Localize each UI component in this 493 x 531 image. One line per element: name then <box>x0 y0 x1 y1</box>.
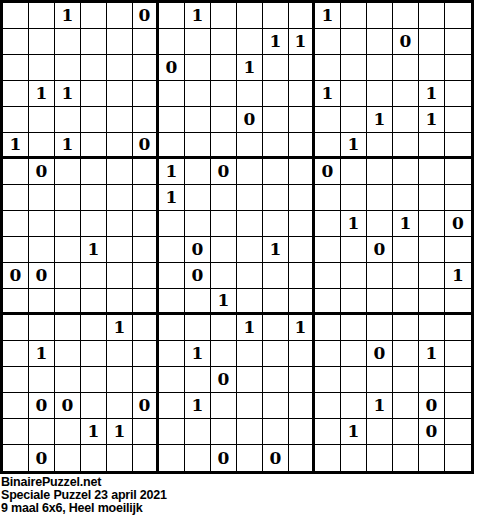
cell-r15c14-empty[interactable] <box>341 367 367 393</box>
cell-r7c17-empty[interactable] <box>419 159 445 185</box>
cell-r15c11-empty[interactable] <box>263 367 289 393</box>
cell-r9c17-empty[interactable] <box>419 211 445 237</box>
cell-r9c3-empty[interactable] <box>55 211 81 237</box>
cell-r15c6-empty[interactable] <box>133 367 159 393</box>
cell-r4c11-empty[interactable] <box>263 81 289 107</box>
cell-r4c9-empty[interactable] <box>211 81 237 107</box>
cell-r10c14-empty[interactable] <box>341 237 367 263</box>
cell-r10c16-empty[interactable] <box>393 237 419 263</box>
cell-r10c15-given: 0 <box>367 237 393 263</box>
cell-r14c1-empty[interactable] <box>3 341 29 367</box>
cell-r14c4-empty[interactable] <box>81 341 107 367</box>
cell-r5c12-empty[interactable] <box>289 107 315 133</box>
cell-r13c1-empty[interactable] <box>3 315 29 341</box>
cell-r12c11-empty[interactable] <box>263 289 289 315</box>
cell-r1c14-empty[interactable] <box>341 3 367 29</box>
cell-r12c15-empty[interactable] <box>367 289 393 315</box>
cell-r4c7-empty[interactable] <box>159 81 185 107</box>
cell-r14c3-empty[interactable] <box>55 341 81 367</box>
cell-r12c18-empty[interactable] <box>445 289 471 315</box>
cell-r1c18-empty[interactable] <box>445 3 471 29</box>
cell-r7c8-empty[interactable] <box>185 159 211 185</box>
cell-r10c13-empty[interactable] <box>315 237 341 263</box>
cell-r14c9-empty[interactable] <box>211 341 237 367</box>
cell-r11c11-empty[interactable] <box>263 263 289 289</box>
cell-r15c2-empty[interactable] <box>29 367 55 393</box>
cell-r16c7-empty[interactable] <box>159 393 185 419</box>
cell-r7c2-given: 0 <box>29 159 55 185</box>
cell-r7c3-empty[interactable] <box>55 159 81 185</box>
cell-r6c14-given: 1 <box>341 133 367 159</box>
cell-r13c14-empty[interactable] <box>341 315 367 341</box>
cell-r7c12-empty[interactable] <box>289 159 315 185</box>
cell-r9c11-empty[interactable] <box>263 211 289 237</box>
cell-r2c10-empty[interactable] <box>237 29 263 55</box>
cell-r7c5-empty[interactable] <box>107 159 133 185</box>
cell-r8c3-empty[interactable] <box>55 185 81 211</box>
cell-r12c14-empty[interactable] <box>341 289 367 315</box>
cell-r18c16-empty[interactable] <box>393 445 419 471</box>
cell-r13c8-empty[interactable] <box>185 315 211 341</box>
cell-r7c11-empty[interactable] <box>263 159 289 185</box>
cell-r7c10-empty[interactable] <box>237 159 263 185</box>
cell-r6c9-empty[interactable] <box>211 133 237 159</box>
cell-r3c5-empty[interactable] <box>107 55 133 81</box>
cell-r7c16-empty[interactable] <box>393 159 419 185</box>
cell-r6c5-empty[interactable] <box>107 133 133 159</box>
cell-r10c12-empty[interactable] <box>289 237 315 263</box>
cell-r8c15-empty[interactable] <box>367 185 393 211</box>
cell-r15c7-empty[interactable] <box>159 367 185 393</box>
cell-r16c18-empty[interactable] <box>445 393 471 419</box>
cell-r5c8-empty[interactable] <box>185 107 211 133</box>
cell-r15c9-given: 0 <box>211 367 237 393</box>
cell-r10c18-empty[interactable] <box>445 237 471 263</box>
cell-r16c4-empty[interactable] <box>81 393 107 419</box>
cell-r1c1-empty[interactable] <box>3 3 29 29</box>
cell-r8c17-empty[interactable] <box>419 185 445 211</box>
cell-r12c10-empty[interactable] <box>237 289 263 315</box>
cell-r17c13-empty[interactable] <box>315 419 341 445</box>
cell-r10c7-empty[interactable] <box>159 237 185 263</box>
cell-r8c8-empty[interactable] <box>185 185 211 211</box>
cell-r12c8-empty[interactable] <box>185 289 211 315</box>
cell-r11c18-given: 1 <box>445 263 471 289</box>
cell-r17c18-empty[interactable] <box>445 419 471 445</box>
cell-r11c10-empty[interactable] <box>237 263 263 289</box>
cell-r9c4-empty[interactable] <box>81 211 107 237</box>
cell-r17c12-empty[interactable] <box>289 419 315 445</box>
cell-r15c18-empty[interactable] <box>445 367 471 393</box>
cell-r6c11-empty[interactable] <box>263 133 289 159</box>
cell-r1c7-empty[interactable] <box>159 3 185 29</box>
cell-r5c3-empty[interactable] <box>55 107 81 133</box>
cell-r18c12-empty[interactable] <box>289 445 315 471</box>
cell-r3c7-given: 0 <box>159 55 185 81</box>
cell-r4c3-given: 1 <box>55 81 81 107</box>
cell-r16c3-given: 0 <box>55 393 81 419</box>
cell-r6c18-empty[interactable] <box>445 133 471 159</box>
cell-r15c4-empty[interactable] <box>81 367 107 393</box>
cell-r9c10-empty[interactable] <box>237 211 263 237</box>
cell-r18c1-empty[interactable] <box>3 445 29 471</box>
cell-r12c2-empty[interactable] <box>29 289 55 315</box>
cell-r5c4-empty[interactable] <box>81 107 107 133</box>
cell-r11c15-empty[interactable] <box>367 263 393 289</box>
cell-r1c11-empty[interactable] <box>263 3 289 29</box>
cell-r9c15-empty[interactable] <box>367 211 393 237</box>
cell-r5c9-empty[interactable] <box>211 107 237 133</box>
cell-r11c13-empty[interactable] <box>315 263 341 289</box>
cell-r4c5-empty[interactable] <box>107 81 133 107</box>
cell-r9c7-empty[interactable] <box>159 211 185 237</box>
cell-r7c4-empty[interactable] <box>81 159 107 185</box>
cell-r16c5-empty[interactable] <box>107 393 133 419</box>
cell-r7c6-empty[interactable] <box>133 159 159 185</box>
cell-r17c6-empty[interactable] <box>133 419 159 445</box>
cell-r10c17-empty[interactable] <box>419 237 445 263</box>
cell-r2c9-empty[interactable] <box>211 29 237 55</box>
cell-r9c8-empty[interactable] <box>185 211 211 237</box>
cell-r1c16-empty[interactable] <box>393 3 419 29</box>
cell-r2c1-empty[interactable] <box>3 29 29 55</box>
cell-r16c16-empty[interactable] <box>393 393 419 419</box>
cell-r17c9-empty[interactable] <box>211 419 237 445</box>
cell-r13c6-empty[interactable] <box>133 315 159 341</box>
cell-r17c2-empty[interactable] <box>29 419 55 445</box>
cell-r10c1-empty[interactable] <box>3 237 29 263</box>
cell-r5c11-empty[interactable] <box>263 107 289 133</box>
cell-r1c10-empty[interactable] <box>237 3 263 29</box>
cell-r11c17-empty[interactable] <box>419 263 445 289</box>
cell-r12c13-empty[interactable] <box>315 289 341 315</box>
cell-r8c18-empty[interactable] <box>445 185 471 211</box>
cell-r15c16-empty[interactable] <box>393 367 419 393</box>
cell-r14c14-empty[interactable] <box>341 341 367 367</box>
cell-r13c17-empty[interactable] <box>419 315 445 341</box>
cell-r3c9-empty[interactable] <box>211 55 237 81</box>
cell-r12c1-empty[interactable] <box>3 289 29 315</box>
cell-r11c7-empty[interactable] <box>159 263 185 289</box>
cell-r14c6-empty[interactable] <box>133 341 159 367</box>
cell-r12c6-empty[interactable] <box>133 289 159 315</box>
cell-r1c2-empty[interactable] <box>29 3 55 29</box>
cell-r17c5-given: 1 <box>107 419 133 445</box>
cell-r8c2-empty[interactable] <box>29 185 55 211</box>
cell-r8c6-empty[interactable] <box>133 185 159 211</box>
footer: BinairePuzzel.net Speciale Puzzel 23 apr… <box>0 474 493 516</box>
cell-r6c3-given: 1 <box>55 133 81 159</box>
cell-r3c17-empty[interactable] <box>419 55 445 81</box>
cell-r2c7-empty[interactable] <box>159 29 185 55</box>
cell-r3c12-empty[interactable] <box>289 55 315 81</box>
cell-r12c7-empty[interactable] <box>159 289 185 315</box>
cell-r8c14-empty[interactable] <box>341 185 367 211</box>
cell-r17c3-empty[interactable] <box>55 419 81 445</box>
cell-r9c6-empty[interactable] <box>133 211 159 237</box>
cell-r8c1-empty[interactable] <box>3 185 29 211</box>
cell-r18c5-empty[interactable] <box>107 445 133 471</box>
cell-r7c1-empty[interactable] <box>3 159 29 185</box>
cell-r16c9-empty[interactable] <box>211 393 237 419</box>
cell-r1c13-given: 1 <box>315 3 341 29</box>
cell-r10c2-empty[interactable] <box>29 237 55 263</box>
cell-r12c16-empty[interactable] <box>393 289 419 315</box>
cell-r4c1-empty[interactable] <box>3 81 29 107</box>
cell-r1c12-empty[interactable] <box>289 3 315 29</box>
cell-r13c4-empty[interactable] <box>81 315 107 341</box>
cell-r11c12-empty[interactable] <box>289 263 315 289</box>
cell-r18c17-empty[interactable] <box>419 445 445 471</box>
cell-r14c2-given: 1 <box>29 341 55 367</box>
cell-r17c15-empty[interactable] <box>367 419 393 445</box>
cell-r6c6-given: 0 <box>133 133 159 159</box>
cell-r8c4-empty[interactable] <box>81 185 107 211</box>
cell-r16c14-empty[interactable] <box>341 393 367 419</box>
cell-r9c1-empty[interactable] <box>3 211 29 237</box>
cell-r5c5-empty[interactable] <box>107 107 133 133</box>
cell-r12c3-empty[interactable] <box>55 289 81 315</box>
cell-r8c13-empty[interactable] <box>315 185 341 211</box>
cell-r1c6-given: 0 <box>133 3 159 29</box>
cell-r6c17-empty[interactable] <box>419 133 445 159</box>
cell-r3c8-empty[interactable] <box>185 55 211 81</box>
cell-r6c4-empty[interactable] <box>81 133 107 159</box>
cell-r15c12-empty[interactable] <box>289 367 315 393</box>
cell-r13c7-empty[interactable] <box>159 315 185 341</box>
cell-r15c17-empty[interactable] <box>419 367 445 393</box>
cell-r15c15-empty[interactable] <box>367 367 393 393</box>
cell-r15c3-empty[interactable] <box>55 367 81 393</box>
cell-r14c18-empty[interactable] <box>445 341 471 367</box>
cell-r7c9-given: 0 <box>211 159 237 185</box>
cell-r17c4-given: 1 <box>81 419 107 445</box>
cell-r16c1-empty[interactable] <box>3 393 29 419</box>
cell-r12c5-empty[interactable] <box>107 289 133 315</box>
cell-r15c13-empty[interactable] <box>315 367 341 393</box>
cell-r2c11-given: 1 <box>263 29 289 55</box>
cell-r2c15-empty[interactable] <box>367 29 393 55</box>
cell-r18c15-empty[interactable] <box>367 445 393 471</box>
cell-r9c5-empty[interactable] <box>107 211 133 237</box>
cell-r16c11-empty[interactable] <box>263 393 289 419</box>
cell-r8c9-empty[interactable] <box>211 185 237 211</box>
cell-r4c6-empty[interactable] <box>133 81 159 107</box>
cell-r11c4-empty[interactable] <box>81 263 107 289</box>
cell-r12c4-empty[interactable] <box>81 289 107 315</box>
cell-r11c1-given: 0 <box>3 263 29 289</box>
cell-r17c8-empty[interactable] <box>185 419 211 445</box>
cell-r1c4-empty[interactable] <box>81 3 107 29</box>
cell-r14c13-empty[interactable] <box>315 341 341 367</box>
cell-r5c16-empty[interactable] <box>393 107 419 133</box>
cell-r10c6-empty[interactable] <box>133 237 159 263</box>
cell-r4c16-empty[interactable] <box>393 81 419 107</box>
cell-r11c3-empty[interactable] <box>55 263 81 289</box>
cell-r13c5-given: 1 <box>107 315 133 341</box>
cell-r1c9-empty[interactable] <box>211 3 237 29</box>
footer-subtitle: 9 maal 6x6, Heel moeilijk <box>1 502 492 515</box>
cell-r2c2-empty[interactable] <box>29 29 55 55</box>
cell-r9c9-empty[interactable] <box>211 211 237 237</box>
cell-r18c6-empty[interactable] <box>133 445 159 471</box>
cell-r7c15-empty[interactable] <box>367 159 393 185</box>
cell-r15c10-empty[interactable] <box>237 367 263 393</box>
cell-r3c4-empty[interactable] <box>81 55 107 81</box>
cell-r17c16-empty[interactable] <box>393 419 419 445</box>
cell-r15c5-empty[interactable] <box>107 367 133 393</box>
cell-r13c9-empty[interactable] <box>211 315 237 341</box>
cell-r13c13-empty[interactable] <box>315 315 341 341</box>
cell-r18c10-empty[interactable] <box>237 445 263 471</box>
cell-r14c16-empty[interactable] <box>393 341 419 367</box>
cell-r4c14-empty[interactable] <box>341 81 367 107</box>
cell-r16c15-given: 1 <box>367 393 393 419</box>
cell-r9c12-empty[interactable] <box>289 211 315 237</box>
cell-r3c3-empty[interactable] <box>55 55 81 81</box>
cell-r18c18-empty[interactable] <box>445 445 471 471</box>
cell-r6c7-empty[interactable] <box>159 133 185 159</box>
cell-r14c11-empty[interactable] <box>263 341 289 367</box>
cell-r14c5-empty[interactable] <box>107 341 133 367</box>
cell-r2c14-empty[interactable] <box>341 29 367 55</box>
cell-r5c2-empty[interactable] <box>29 107 55 133</box>
cell-r14c7-empty[interactable] <box>159 341 185 367</box>
cell-r18c3-empty[interactable] <box>55 445 81 471</box>
cell-r4c8-empty[interactable] <box>185 81 211 107</box>
cell-r2c17-empty[interactable] <box>419 29 445 55</box>
cell-r10c10-empty[interactable] <box>237 237 263 263</box>
cell-r11c2-given: 0 <box>29 263 55 289</box>
cell-r9c18-given: 0 <box>445 211 471 237</box>
cell-r4c2-given: 1 <box>29 81 55 107</box>
cell-r4c10-empty[interactable] <box>237 81 263 107</box>
cell-r6c13-empty[interactable] <box>315 133 341 159</box>
cell-r12c12-empty[interactable] <box>289 289 315 315</box>
cell-r11c5-empty[interactable] <box>107 263 133 289</box>
cell-r2c4-empty[interactable] <box>81 29 107 55</box>
cell-r10c3-empty[interactable] <box>55 237 81 263</box>
cell-r3c18-empty[interactable] <box>445 55 471 81</box>
cell-r7c14-empty[interactable] <box>341 159 367 185</box>
cell-r2c6-empty[interactable] <box>133 29 159 55</box>
cell-r6c1-given: 1 <box>3 133 29 159</box>
cell-r16c10-empty[interactable] <box>237 393 263 419</box>
cell-r6c12-empty[interactable] <box>289 133 315 159</box>
cell-r2c3-empty[interactable] <box>55 29 81 55</box>
cell-r8c5-empty[interactable] <box>107 185 133 211</box>
cell-r18c4-empty[interactable] <box>81 445 107 471</box>
cell-r5c13-empty[interactable] <box>315 107 341 133</box>
cell-r13c3-empty[interactable] <box>55 315 81 341</box>
cell-r2c13-empty[interactable] <box>315 29 341 55</box>
cell-r8c10-empty[interactable] <box>237 185 263 211</box>
cell-r3c6-empty[interactable] <box>133 55 159 81</box>
cell-r5c7-empty[interactable] <box>159 107 185 133</box>
cell-r16c12-empty[interactable] <box>289 393 315 419</box>
cell-r2c8-empty[interactable] <box>185 29 211 55</box>
cell-r5c10-given: 0 <box>237 107 263 133</box>
cell-r16c8-given: 1 <box>185 393 211 419</box>
cell-r6c8-empty[interactable] <box>185 133 211 159</box>
cell-r12c17-empty[interactable] <box>419 289 445 315</box>
cell-r13c15-empty[interactable] <box>367 315 393 341</box>
cell-r14c12-empty[interactable] <box>289 341 315 367</box>
cell-r8c16-empty[interactable] <box>393 185 419 211</box>
cell-r15c8-empty[interactable] <box>185 367 211 393</box>
cell-r11c16-empty[interactable] <box>393 263 419 289</box>
cell-r4c15-empty[interactable] <box>367 81 393 107</box>
cell-r5c14-empty[interactable] <box>341 107 367 133</box>
cell-r1c5-empty[interactable] <box>107 3 133 29</box>
cell-r4c12-empty[interactable] <box>289 81 315 107</box>
cell-r15c1-empty[interactable] <box>3 367 29 393</box>
cell-r2c5-empty[interactable] <box>107 29 133 55</box>
cell-r10c11-given: 1 <box>263 237 289 263</box>
cell-r3c14-empty[interactable] <box>341 55 367 81</box>
cell-r8c11-empty[interactable] <box>263 185 289 211</box>
cell-r3c2-empty[interactable] <box>29 55 55 81</box>
cell-r13c2-empty[interactable] <box>29 315 55 341</box>
cell-r10c9-empty[interactable] <box>211 237 237 263</box>
cell-r3c13-empty[interactable] <box>315 55 341 81</box>
cell-r17c10-empty[interactable] <box>237 419 263 445</box>
cell-r18c7-empty[interactable] <box>159 445 185 471</box>
cell-r7c18-empty[interactable] <box>445 159 471 185</box>
cell-r5c1-empty[interactable] <box>3 107 29 133</box>
cell-r11c6-empty[interactable] <box>133 263 159 289</box>
cell-r17c7-empty[interactable] <box>159 419 185 445</box>
cell-r6c2-empty[interactable] <box>29 133 55 159</box>
cell-r6c16-empty[interactable] <box>393 133 419 159</box>
cell-r3c16-empty[interactable] <box>393 55 419 81</box>
cell-r4c4-empty[interactable] <box>81 81 107 107</box>
cell-r1c17-empty[interactable] <box>419 3 445 29</box>
cell-r8c12-empty[interactable] <box>289 185 315 211</box>
cell-r16c13-empty[interactable] <box>315 393 341 419</box>
cell-r14c10-empty[interactable] <box>237 341 263 367</box>
cell-r18c14-empty[interactable] <box>341 445 367 471</box>
cell-r18c8-empty[interactable] <box>185 445 211 471</box>
cell-r17c1-empty[interactable] <box>3 419 29 445</box>
cell-r9c2-empty[interactable] <box>29 211 55 237</box>
cell-r17c11-empty[interactable] <box>263 419 289 445</box>
cell-r9c13-empty[interactable] <box>315 211 341 237</box>
cell-r11c9-empty[interactable] <box>211 263 237 289</box>
cell-r6c15-empty[interactable] <box>367 133 393 159</box>
cell-r5c6-empty[interactable] <box>133 107 159 133</box>
cell-r11c14-empty[interactable] <box>341 263 367 289</box>
cell-r10c5-empty[interactable] <box>107 237 133 263</box>
cell-r2c18-empty[interactable] <box>445 29 471 55</box>
cell-r3c11-empty[interactable] <box>263 55 289 81</box>
cell-r18c13-empty[interactable] <box>315 445 341 471</box>
cell-r1c15-empty[interactable] <box>367 3 393 29</box>
cell-r3c15-empty[interactable] <box>367 55 393 81</box>
cell-r5c18-empty[interactable] <box>445 107 471 133</box>
cell-r13c16-empty[interactable] <box>393 315 419 341</box>
cell-r16c2-given: 0 <box>29 393 55 419</box>
cell-r14c15-given: 0 <box>367 341 393 367</box>
cell-r18c2-given: 0 <box>29 445 55 471</box>
cell-r13c11-empty[interactable] <box>263 315 289 341</box>
cell-r2c12-given: 1 <box>289 29 315 55</box>
cell-r13c18-empty[interactable] <box>445 315 471 341</box>
cell-r1c3-given: 1 <box>55 3 81 29</box>
cell-r3c1-empty[interactable] <box>3 55 29 81</box>
cell-r4c18-empty[interactable] <box>445 81 471 107</box>
cell-r6c10-empty[interactable] <box>237 133 263 159</box>
